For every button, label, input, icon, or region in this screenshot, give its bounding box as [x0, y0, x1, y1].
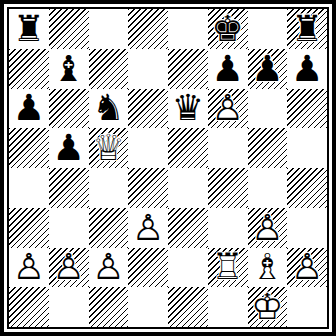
- white-pawn-icon: ♙: [49, 248, 89, 288]
- square-c1[interactable]: [89, 287, 129, 327]
- square-g4[interactable]: [248, 168, 288, 208]
- square-d5[interactable]: [128, 128, 168, 168]
- white-pawn-icon: ♙: [9, 248, 49, 288]
- square-b2[interactable]: ♟♙: [49, 248, 89, 288]
- black-king-icon: ♚: [208, 9, 248, 49]
- square-h5[interactable]: [287, 128, 327, 168]
- white-pawn-icon: ♙: [128, 208, 168, 248]
- black-bishop-icon: ♝: [49, 49, 89, 89]
- white-bishop-piece[interactable]: ♝♗: [248, 248, 288, 288]
- black-queen-piece[interactable]: ♛♛: [168, 89, 208, 129]
- square-h8[interactable]: ♜♜: [287, 9, 327, 49]
- square-a4[interactable]: [9, 168, 49, 208]
- square-d3[interactable]: ♟♙: [128, 208, 168, 248]
- white-queen-piece[interactable]: ♛♕: [89, 128, 129, 168]
- black-pawn-icon: ♟: [287, 49, 327, 89]
- square-f3[interactable]: [208, 208, 248, 248]
- black-king-piece[interactable]: ♚♚: [208, 9, 248, 49]
- square-f5[interactable]: [208, 128, 248, 168]
- square-f4[interactable]: [208, 168, 248, 208]
- square-h3[interactable]: [287, 208, 327, 248]
- white-pawn-piece[interactable]: ♟♙: [9, 248, 49, 288]
- square-g5[interactable]: [248, 128, 288, 168]
- square-d8[interactable]: [128, 9, 168, 49]
- square-f6[interactable]: ♟♙: [208, 89, 248, 129]
- black-pawn-icon: ♟: [49, 128, 89, 168]
- black-pawn-icon: ♟: [9, 89, 49, 129]
- black-pawn-icon: ♟: [248, 49, 288, 89]
- square-h4[interactable]: [287, 168, 327, 208]
- square-c8[interactable]: [89, 9, 129, 49]
- black-queen-icon: ♛: [168, 89, 208, 129]
- black-bishop-piece[interactable]: ♝♝: [49, 49, 89, 89]
- black-rook-icon: ♜: [9, 9, 49, 49]
- black-pawn-piece[interactable]: ♟♟: [287, 49, 327, 89]
- square-g7[interactable]: ♟♟: [248, 49, 288, 89]
- black-knight-piece[interactable]: ♞♞: [89, 89, 129, 129]
- square-d6[interactable]: [128, 89, 168, 129]
- square-d4[interactable]: [128, 168, 168, 208]
- white-queen-icon: ♕: [89, 128, 129, 168]
- square-h6[interactable]: [287, 89, 327, 129]
- square-e2[interactable]: [168, 248, 208, 288]
- square-e3[interactable]: [168, 208, 208, 248]
- black-pawn-piece[interactable]: ♟♟: [49, 128, 89, 168]
- square-g2[interactable]: ♝♗: [248, 248, 288, 288]
- white-pawn-piece[interactable]: ♟♙: [248, 208, 288, 248]
- square-e1[interactable]: [168, 287, 208, 327]
- square-b6[interactable]: [49, 89, 89, 129]
- square-b7[interactable]: ♝♝: [49, 49, 89, 89]
- white-bishop-icon: ♗: [248, 248, 288, 288]
- white-pawn-icon: ♙: [248, 208, 288, 248]
- white-pawn-piece[interactable]: ♟♙: [287, 248, 327, 288]
- black-pawn-piece[interactable]: ♟♟: [208, 49, 248, 89]
- square-c7[interactable]: [89, 49, 129, 89]
- square-a2[interactable]: ♟♙: [9, 248, 49, 288]
- square-a1[interactable]: [9, 287, 49, 327]
- black-rook-icon: ♜: [287, 9, 327, 49]
- square-b5[interactable]: ♟♟: [49, 128, 89, 168]
- square-e7[interactable]: [168, 49, 208, 89]
- white-pawn-icon: ♙: [287, 248, 327, 288]
- black-pawn-piece[interactable]: ♟♟: [248, 49, 288, 89]
- black-pawn-icon: ♟: [208, 49, 248, 89]
- black-pawn-piece[interactable]: ♟♟: [9, 89, 49, 129]
- square-f2[interactable]: ♜♖: [208, 248, 248, 288]
- square-b4[interactable]: [49, 168, 89, 208]
- white-pawn-icon: ♙: [89, 248, 129, 288]
- white-king-icon: ♔: [248, 287, 288, 327]
- square-g1[interactable]: ♚♔: [248, 287, 288, 327]
- square-b3[interactable]: [49, 208, 89, 248]
- black-rook-piece[interactable]: ♜♜: [287, 9, 327, 49]
- square-a3[interactable]: [9, 208, 49, 248]
- square-d2[interactable]: [128, 248, 168, 288]
- square-f1[interactable]: [208, 287, 248, 327]
- square-c2[interactable]: ♟♙: [89, 248, 129, 288]
- white-pawn-piece[interactable]: ♟♙: [49, 248, 89, 288]
- black-rook-piece[interactable]: ♜♜: [9, 9, 49, 49]
- square-b8[interactable]: [49, 9, 89, 49]
- square-h2[interactable]: ♟♙: [287, 248, 327, 288]
- square-h7[interactable]: ♟♟: [287, 49, 327, 89]
- square-g3[interactable]: ♟♙: [248, 208, 288, 248]
- square-d1[interactable]: [128, 287, 168, 327]
- white-pawn-piece[interactable]: ♟♙: [128, 208, 168, 248]
- square-a5[interactable]: [9, 128, 49, 168]
- square-f7[interactable]: ♟♟: [208, 49, 248, 89]
- square-e5[interactable]: [168, 128, 208, 168]
- square-e4[interactable]: [168, 168, 208, 208]
- square-c3[interactable]: [89, 208, 129, 248]
- square-e8[interactable]: [168, 9, 208, 49]
- square-e6[interactable]: ♛♛: [168, 89, 208, 129]
- square-g8[interactable]: [248, 9, 288, 49]
- white-rook-icon: ♖: [208, 248, 248, 288]
- white-rook-piece[interactable]: ♜♖: [208, 248, 248, 288]
- white-king-piece[interactable]: ♚♔: [248, 287, 288, 327]
- white-pawn-icon: ♙: [208, 89, 248, 129]
- white-pawn-piece[interactable]: ♟♙: [208, 89, 248, 129]
- square-f8[interactable]: ♚♚: [208, 9, 248, 49]
- square-g6[interactable]: [248, 89, 288, 129]
- white-pawn-piece[interactable]: ♟♙: [89, 248, 129, 288]
- diagram-frame: ♜♜♚♚♜♜♝♝♟♟♟♟♟♟♟♟♞♞♛♛♟♙♟♟♛♕♟♙♟♙♟♙♟♙♟♙♜♖♝♗…: [0, 0, 336, 336]
- square-a6[interactable]: ♟♟: [9, 89, 49, 129]
- square-a7[interactable]: [9, 49, 49, 89]
- square-a8[interactable]: ♜♜: [9, 9, 49, 49]
- square-c5[interactable]: ♛♕: [89, 128, 129, 168]
- square-c4[interactable]: [89, 168, 129, 208]
- square-b1[interactable]: [49, 287, 89, 327]
- square-h1[interactable]: [287, 287, 327, 327]
- square-d7[interactable]: [128, 49, 168, 89]
- square-c6[interactable]: ♞♞: [89, 89, 129, 129]
- black-knight-icon: ♞: [89, 89, 129, 129]
- chess-board: ♜♜♚♚♜♜♝♝♟♟♟♟♟♟♟♟♞♞♛♛♟♙♟♟♛♕♟♙♟♙♟♙♟♙♟♙♜♖♝♗…: [7, 7, 329, 329]
